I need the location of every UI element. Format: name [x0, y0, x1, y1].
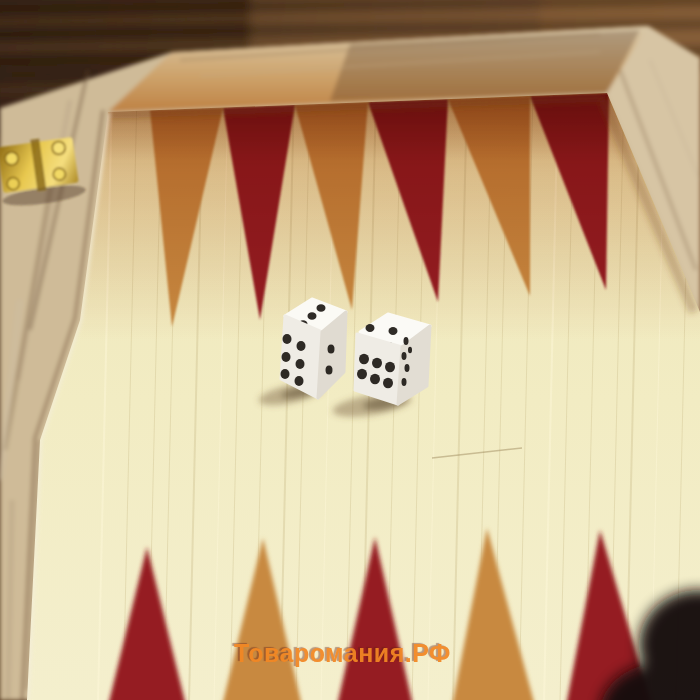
die-right-pip: [383, 378, 393, 389]
die-left-pip: [282, 352, 291, 362]
die-left-pip: [283, 334, 292, 344]
die-right-pip: [357, 369, 367, 380]
photo-canvas: [0, 0, 700, 700]
die-right-pip: [366, 324, 375, 332]
die-left-pip: [328, 345, 335, 354]
hinge-screw: [53, 167, 67, 181]
die-left-pip: [281, 369, 290, 379]
die-right: [355, 314, 430, 404]
die-right-pip: [385, 362, 395, 373]
die-right-pip: [408, 347, 412, 353]
die-right-pip: [389, 327, 398, 335]
die-right-pip: [359, 354, 369, 365]
die-left-pip: [296, 359, 305, 369]
die-left-pip: [308, 312, 317, 320]
die-left-pip: [295, 376, 304, 386]
die-right-pip: [402, 378, 407, 386]
die-right-pip: [370, 374, 380, 385]
die-right-pip: [372, 358, 382, 369]
die-right-pip: [405, 364, 410, 372]
die-left-pip: [326, 366, 333, 375]
die-right-pip: [402, 352, 407, 360]
die-left-pip: [297, 341, 306, 351]
hinge-screw: [6, 177, 20, 191]
die-left-pip: [317, 304, 326, 312]
die-right-pip: [404, 337, 409, 345]
backgammon-product-photo: Товаромания.РФ: [0, 0, 700, 700]
